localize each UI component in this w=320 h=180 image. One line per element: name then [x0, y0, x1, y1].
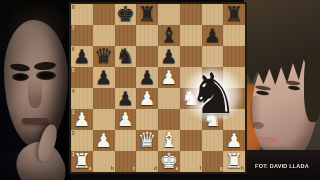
square-g7[interactable]: ♟ — [202, 25, 224, 46]
square-c5[interactable] — [115, 67, 137, 88]
square-c8[interactable]: ♚ — [115, 4, 137, 25]
square-d1[interactable]: d — [136, 151, 158, 172]
vignette — [0, 0, 70, 180]
square-a1[interactable]: 1a♜ — [71, 151, 93, 172]
chess-board-frame: 8♚♜♜7♝♟6♟♛♞♟5♟♟♟4♟♟♞3♟♟♞2♟♛♝♟1a♜bcde♚fgh… — [69, 2, 247, 174]
square-e6[interactable]: ♟ — [158, 46, 180, 67]
white-pawn-a3[interactable]: ♟ — [73, 110, 90, 129]
right-player-photo: FOT: DAVID LLADA — [244, 0, 320, 180]
black-knight-g4-highlighted[interactable]: ♞ — [183, 62, 243, 126]
file-label-d: d — [154, 167, 157, 172]
rank-label-2: 2 — [72, 131, 75, 136]
right-player-nostril — [252, 122, 264, 129]
square-g8[interactable] — [202, 4, 224, 25]
square-d5[interactable]: ♟ — [136, 67, 158, 88]
square-b6[interactable]: ♛ — [93, 46, 115, 67]
black-pawn-a6[interactable]: ♟ — [73, 47, 90, 66]
square-h1[interactable]: h♜ — [223, 151, 245, 172]
black-pawn-b5[interactable]: ♟ — [95, 68, 112, 87]
square-a5[interactable]: 5 — [71, 67, 93, 88]
square-g2[interactable] — [202, 130, 224, 151]
square-b7[interactable] — [93, 25, 115, 46]
square-d8[interactable]: ♜ — [136, 4, 158, 25]
black-pawn-c4[interactable]: ♟ — [117, 89, 134, 108]
square-a4[interactable]: 4 — [71, 88, 93, 109]
square-a3[interactable]: 3♟ — [71, 109, 93, 130]
square-h2[interactable]: ♟ — [223, 130, 245, 151]
square-e5[interactable]: ♟ — [158, 67, 180, 88]
square-e1[interactable]: e♚ — [158, 151, 180, 172]
white-pawn-c3[interactable]: ♟ — [117, 110, 134, 129]
square-c4[interactable]: ♟ — [115, 88, 137, 109]
square-b2[interactable]: ♟ — [93, 130, 115, 151]
square-h7[interactable] — [223, 25, 245, 46]
square-e7[interactable]: ♝ — [158, 25, 180, 46]
white-pawn-e5[interactable]: ♟ — [160, 68, 177, 87]
file-label-c: c — [133, 167, 136, 172]
square-h8[interactable]: ♜ — [223, 4, 245, 25]
square-e4[interactable] — [158, 88, 180, 109]
black-knight-c6[interactable]: ♞ — [116, 46, 135, 67]
square-b5[interactable]: ♟ — [93, 67, 115, 88]
square-a8[interactable]: 8 — [71, 4, 93, 25]
white-bishop-e2[interactable]: ♝ — [159, 130, 178, 151]
black-pawn-g7[interactable]: ♟ — [204, 26, 221, 45]
square-d7[interactable] — [136, 25, 158, 46]
square-e2[interactable]: ♝ — [158, 130, 180, 151]
square-e8[interactable] — [158, 4, 180, 25]
file-label-b: b — [111, 167, 114, 172]
black-pawn-e6[interactable]: ♟ — [160, 47, 177, 66]
photo-credit: FOT: DAVID LLADA — [249, 163, 315, 169]
white-pawn-b2[interactable]: ♟ — [95, 131, 112, 150]
rank-label-4: 4 — [72, 89, 75, 94]
file-label-f: f — [199, 167, 201, 172]
white-rook-a1[interactable]: ♜ — [72, 151, 91, 172]
square-f8[interactable] — [180, 4, 202, 25]
white-pawn-h2[interactable]: ♟ — [226, 131, 243, 150]
square-f7[interactable] — [180, 25, 202, 46]
square-c6[interactable]: ♞ — [115, 46, 137, 67]
square-b4[interactable] — [93, 88, 115, 109]
black-rook-d8[interactable]: ♜ — [138, 4, 157, 25]
black-bishop-e7[interactable]: ♝ — [159, 25, 178, 46]
square-c1[interactable]: c — [115, 151, 137, 172]
white-rook-h1[interactable]: ♜ — [225, 151, 244, 172]
square-c7[interactable] — [115, 25, 137, 46]
rank-label-5: 5 — [72, 68, 75, 73]
white-queen-d2[interactable]: ♛ — [138, 130, 157, 151]
square-a7[interactable]: 7 — [71, 25, 93, 46]
square-f2[interactable] — [180, 130, 202, 151]
square-c2[interactable] — [115, 130, 137, 151]
square-a6[interactable]: 6♟ — [71, 46, 93, 67]
square-a2[interactable]: 2 — [71, 130, 93, 151]
rank-label-8: 8 — [72, 5, 75, 10]
video-thumbnail: FOT: DAVID LLADA 8♚♜♜7♝♟6♟♛♞♟5♟♟♟4♟♟♞3♟♟… — [0, 0, 320, 180]
square-d4[interactable]: ♟ — [136, 88, 158, 109]
square-g1[interactable]: g — [202, 151, 224, 172]
left-player-photo — [0, 0, 70, 180]
black-pawn-d5[interactable]: ♟ — [139, 68, 156, 87]
white-king-e1[interactable]: ♚ — [159, 151, 178, 172]
file-label-g: g — [219, 167, 222, 172]
black-queen-b6[interactable]: ♛ — [94, 46, 113, 67]
black-rook-h8[interactable]: ♜ — [225, 4, 244, 25]
square-d2[interactable]: ♛ — [136, 130, 158, 151]
square-d6[interactable] — [136, 46, 158, 67]
square-c3[interactable]: ♟ — [115, 109, 137, 130]
black-king-c8[interactable]: ♚ — [116, 4, 135, 25]
rank-label-7: 7 — [72, 26, 75, 31]
right-player-hair-side — [304, 50, 320, 122]
square-b8[interactable] — [93, 4, 115, 25]
square-e3[interactable] — [158, 109, 180, 130]
square-b1[interactable]: b — [93, 151, 115, 172]
square-b3[interactable] — [93, 109, 115, 130]
square-f1[interactable]: f — [180, 151, 202, 172]
white-pawn-d4[interactable]: ♟ — [139, 89, 156, 108]
square-d3[interactable] — [136, 109, 158, 130]
